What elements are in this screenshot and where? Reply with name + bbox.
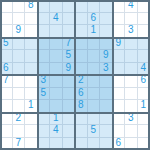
cell-r3-c9[interactable]: 9 — [113, 38, 126, 51]
cell-r3-c3[interactable] — [38, 38, 51, 51]
cell-r7-c3[interactable]: 5 — [38, 88, 51, 101]
cell-r10-c3[interactable] — [38, 125, 51, 138]
cell-r6-c6[interactable]: 2 — [75, 75, 88, 88]
cell-r3-c7[interactable] — [88, 38, 101, 51]
cell-r3-c6[interactable] — [75, 38, 88, 51]
cell-r4-c9[interactable] — [113, 50, 126, 63]
cell-r1-c10[interactable] — [125, 13, 138, 26]
cell-r3-c10[interactable] — [125, 38, 138, 51]
cell-r7-c6[interactable]: 6 — [75, 88, 88, 101]
cell-r6-c9[interactable] — [113, 75, 126, 88]
cell-r9-c10[interactable]: 3 — [125, 113, 138, 126]
box-line-vertical-4 — [148, 0, 150, 150]
box-line-horizontal-3 — [0, 112, 150, 114]
cell-r9-c6[interactable] — [75, 113, 88, 126]
box-line-horizontal-4 — [0, 148, 150, 150]
cell-r7-c4[interactable] — [50, 88, 63, 101]
cell-r6-c4[interactable] — [50, 75, 63, 88]
cell-r4-c6[interactable] — [75, 50, 88, 63]
cell-r3-c1[interactable] — [13, 38, 26, 51]
cell-r9-c1[interactable]: 2 — [13, 113, 26, 126]
cell-r4-c4[interactable] — [50, 50, 63, 63]
cell-r10-c1[interactable] — [13, 125, 26, 138]
cell-r1-c7[interactable]: 6 — [88, 13, 101, 26]
cell-r1-c3[interactable] — [38, 13, 51, 26]
cell-r10-c9[interactable] — [113, 125, 126, 138]
cell-r1-c6[interactable] — [75, 13, 88, 26]
cell-r7-c1[interactable] — [13, 88, 26, 101]
cell-r6-c7[interactable] — [88, 75, 101, 88]
cell-r9-c4[interactable]: 1 — [50, 113, 63, 126]
cell-r7-c9[interactable] — [113, 88, 126, 101]
cell-r4-c7[interactable] — [88, 50, 101, 63]
cell-r9-c9[interactable] — [113, 113, 126, 126]
cell-r6-c10[interactable] — [125, 75, 138, 88]
cell-r10-c4[interactable]: 4 — [50, 125, 63, 138]
cell-r4-c3[interactable] — [38, 50, 51, 63]
cell-r9-c3[interactable] — [38, 113, 51, 126]
cell-r4-c10[interactable] — [125, 50, 138, 63]
cell-r7-c10[interactable] — [125, 88, 138, 101]
cell-r7-c7[interactable] — [88, 88, 101, 101]
cell-r1-c1[interactable] — [13, 13, 26, 26]
box-line-horizontal-2 — [0, 74, 150, 76]
cell-r6-c3[interactable]: 3 — [38, 75, 51, 88]
cell-r3-c4[interactable] — [50, 38, 63, 51]
cell-r1-c4[interactable]: 4 — [50, 13, 63, 26]
cell-r6-c1[interactable] — [13, 75, 26, 88]
cell-r9-c7[interactable] — [88, 113, 101, 126]
cell-r10-c10[interactable] — [125, 125, 138, 138]
box-line-vertical-3 — [112, 0, 114, 150]
cell-r10-c7[interactable]: 5 — [88, 125, 101, 138]
cell-r1-c9[interactable] — [113, 13, 126, 26]
cell-r10-c6[interactable] — [75, 125, 88, 138]
sudoku-board: 84469135795969347326561812134576 — [0, 0, 150, 150]
cell-r4-c1[interactable] — [13, 50, 26, 63]
